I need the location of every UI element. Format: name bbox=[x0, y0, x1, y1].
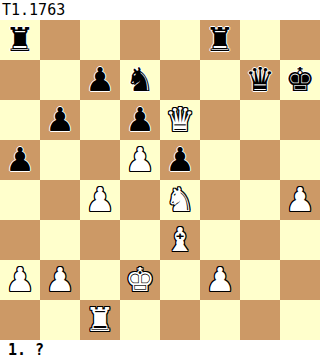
puzzle-title: T1.1763 bbox=[0, 0, 320, 20]
square-h3[interactable] bbox=[280, 220, 320, 260]
piece-black-rook: ♜ bbox=[5, 20, 35, 60]
piece-black-king: ♚ bbox=[285, 60, 315, 100]
square-d7[interactable]: ♞ bbox=[120, 60, 160, 100]
piece-white-pawn: ♟ bbox=[5, 260, 35, 300]
square-f2[interactable]: ♟ bbox=[200, 260, 240, 300]
square-g4[interactable] bbox=[240, 180, 280, 220]
square-a7[interactable] bbox=[0, 60, 40, 100]
square-a8[interactable]: ♜ bbox=[0, 20, 40, 60]
square-a5[interactable]: ♟ bbox=[0, 140, 40, 180]
piece-white-king: ♚ bbox=[125, 260, 155, 300]
square-h5[interactable] bbox=[280, 140, 320, 180]
square-g3[interactable] bbox=[240, 220, 280, 260]
square-b3[interactable] bbox=[40, 220, 80, 260]
square-f6[interactable] bbox=[200, 100, 240, 140]
piece-white-bishop: ♝ bbox=[165, 220, 195, 260]
square-e2[interactable] bbox=[160, 260, 200, 300]
piece-white-rook: ♜ bbox=[85, 300, 115, 340]
piece-white-pawn: ♟ bbox=[45, 260, 75, 300]
square-d6[interactable]: ♟ bbox=[120, 100, 160, 140]
square-a6[interactable] bbox=[0, 100, 40, 140]
square-f3[interactable] bbox=[200, 220, 240, 260]
piece-black-pawn: ♟ bbox=[165, 140, 195, 180]
square-g7[interactable]: ♛ bbox=[240, 60, 280, 100]
piece-black-pawn: ♟ bbox=[85, 60, 115, 100]
square-c8[interactable] bbox=[80, 20, 120, 60]
square-a3[interactable] bbox=[0, 220, 40, 260]
square-b4[interactable] bbox=[40, 180, 80, 220]
square-d1[interactable] bbox=[120, 300, 160, 340]
piece-black-pawn: ♟ bbox=[45, 100, 75, 140]
piece-white-knight: ♞ bbox=[165, 180, 195, 220]
square-h8[interactable] bbox=[280, 20, 320, 60]
square-g6[interactable] bbox=[240, 100, 280, 140]
piece-white-pawn: ♟ bbox=[125, 140, 155, 180]
square-b6[interactable]: ♟ bbox=[40, 100, 80, 140]
square-b1[interactable] bbox=[40, 300, 80, 340]
square-f5[interactable] bbox=[200, 140, 240, 180]
square-h1[interactable] bbox=[280, 300, 320, 340]
square-d4[interactable] bbox=[120, 180, 160, 220]
square-c6[interactable] bbox=[80, 100, 120, 140]
square-h7[interactable]: ♚ bbox=[280, 60, 320, 100]
piece-black-knight: ♞ bbox=[125, 60, 155, 100]
piece-white-queen: ♛ bbox=[165, 100, 195, 140]
square-e7[interactable] bbox=[160, 60, 200, 100]
square-h4[interactable]: ♟ bbox=[280, 180, 320, 220]
piece-white-pawn: ♟ bbox=[285, 180, 315, 220]
square-c3[interactable] bbox=[80, 220, 120, 260]
square-d8[interactable] bbox=[120, 20, 160, 60]
square-c5[interactable] bbox=[80, 140, 120, 180]
move-prompt: 1. ? bbox=[0, 340, 320, 360]
square-a4[interactable] bbox=[0, 180, 40, 220]
square-d3[interactable] bbox=[120, 220, 160, 260]
square-g1[interactable] bbox=[240, 300, 280, 340]
square-g8[interactable] bbox=[240, 20, 280, 60]
square-h2[interactable] bbox=[280, 260, 320, 300]
square-c2[interactable] bbox=[80, 260, 120, 300]
square-e6[interactable]: ♛ bbox=[160, 100, 200, 140]
chess-board: ♜♜♟♞♛♚♟♟♛♟♟♟♟♞♟♝♟♟♚♟♜ bbox=[0, 20, 320, 340]
square-d5[interactable]: ♟ bbox=[120, 140, 160, 180]
chess-puzzle-page: T1.1763 ♜♜♟♞♛♚♟♟♛♟♟♟♟♞♟♝♟♟♚♟♜ 1. ? bbox=[0, 0, 320, 360]
square-e8[interactable] bbox=[160, 20, 200, 60]
square-a2[interactable]: ♟ bbox=[0, 260, 40, 300]
square-d2[interactable]: ♚ bbox=[120, 260, 160, 300]
square-c4[interactable]: ♟ bbox=[80, 180, 120, 220]
square-c7[interactable]: ♟ bbox=[80, 60, 120, 100]
square-c1[interactable]: ♜ bbox=[80, 300, 120, 340]
square-b5[interactable] bbox=[40, 140, 80, 180]
square-a1[interactable] bbox=[0, 300, 40, 340]
piece-black-queen: ♛ bbox=[245, 60, 275, 100]
square-b8[interactable] bbox=[40, 20, 80, 60]
square-g5[interactable] bbox=[240, 140, 280, 180]
piece-black-pawn: ♟ bbox=[5, 140, 35, 180]
piece-white-pawn: ♟ bbox=[205, 260, 235, 300]
square-e3[interactable]: ♝ bbox=[160, 220, 200, 260]
piece-black-pawn: ♟ bbox=[125, 100, 155, 140]
square-g2[interactable] bbox=[240, 260, 280, 300]
square-e4[interactable]: ♞ bbox=[160, 180, 200, 220]
square-f7[interactable] bbox=[200, 60, 240, 100]
square-b2[interactable]: ♟ bbox=[40, 260, 80, 300]
square-f8[interactable]: ♜ bbox=[200, 20, 240, 60]
square-b7[interactable] bbox=[40, 60, 80, 100]
square-e1[interactable] bbox=[160, 300, 200, 340]
piece-black-rook: ♜ bbox=[205, 20, 235, 60]
square-f4[interactable] bbox=[200, 180, 240, 220]
square-h6[interactable] bbox=[280, 100, 320, 140]
square-f1[interactable] bbox=[200, 300, 240, 340]
piece-white-pawn: ♟ bbox=[85, 180, 115, 220]
square-e5[interactable]: ♟ bbox=[160, 140, 200, 180]
